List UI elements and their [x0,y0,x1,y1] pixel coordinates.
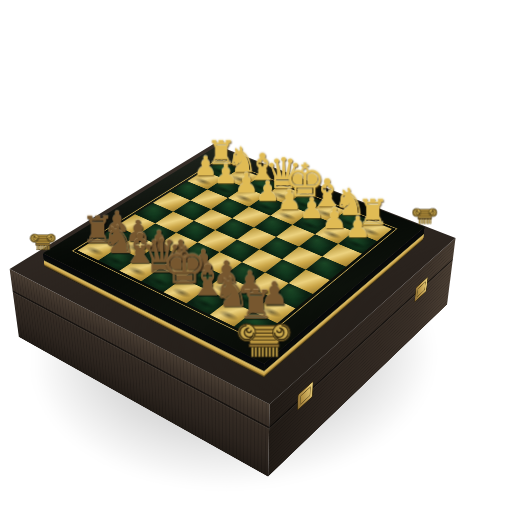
clasp-plate-icon [417,281,426,297]
product-photo: ♜♞♝♛♚♝♞♜♟♟♟♟♟♟♟♟♟♟♟♟♟♟♟♟♜♞♝♛♚♝♞♜ [0,0,510,510]
gold-pawn-glyph: ♟ [328,213,388,242]
ionic-capital-icon [412,207,438,228]
ionic-capital-icon [236,320,292,364]
ionic-capital-icon [29,232,56,253]
clasp-plate-icon [300,386,311,405]
piece-gold-pawn: ♟ [338,232,377,254]
case-clasp [297,381,313,411]
case-clasp [414,276,428,302]
